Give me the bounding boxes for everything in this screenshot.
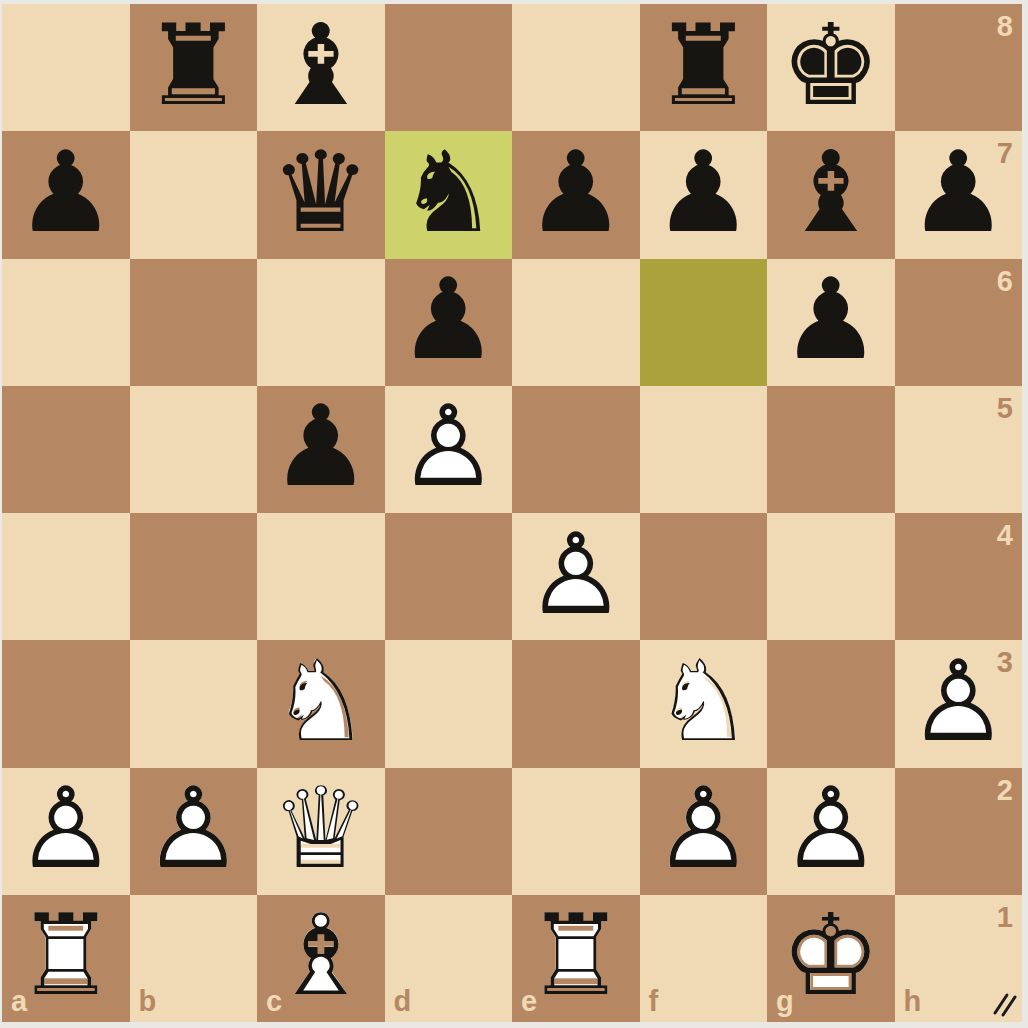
square-c3[interactable]: ♞♘: [257, 640, 385, 767]
square-h3[interactable]: 3♟♙: [895, 640, 1023, 767]
square-a5[interactable]: [2, 386, 130, 513]
black-king-icon: ♚: [767, 4, 895, 131]
square-g8[interactable]: ♚: [767, 4, 895, 131]
piece-white-pawn[interactable]: ♟♙: [512, 513, 640, 640]
black-bishop-icon: ♝: [767, 131, 895, 258]
piece-black-pawn[interactable]: ♟: [767, 259, 895, 386]
square-b5[interactable]: [130, 386, 258, 513]
square-d5[interactable]: ♟♙: [385, 386, 513, 513]
black-pawn-icon: ♟: [385, 259, 513, 386]
white-rook-icon: ♖: [2, 895, 130, 1022]
black-pawn-icon: ♟: [512, 131, 640, 258]
white-rook-icon: ♖: [512, 895, 640, 1022]
square-f2[interactable]: ♟♙: [640, 768, 768, 895]
rank-label-1: 1: [997, 903, 1013, 932]
black-bishop-icon: ♝: [257, 4, 385, 131]
black-rook-icon: ♜: [640, 4, 768, 131]
square-f4[interactable]: [640, 513, 768, 640]
square-h2[interactable]: 2: [895, 768, 1023, 895]
black-pawn-icon: ♟: [2, 131, 130, 258]
square-e5[interactable]: [512, 386, 640, 513]
piece-black-queen[interactable]: ♛: [257, 131, 385, 258]
square-d1[interactable]: d: [385, 895, 513, 1022]
square-b4[interactable]: [130, 513, 258, 640]
black-pawn-icon: ♟: [257, 386, 385, 513]
square-e2[interactable]: [512, 768, 640, 895]
piece-white-rook[interactable]: ♜♖: [512, 895, 640, 1022]
piece-white-pawn[interactable]: ♟♙: [767, 768, 895, 895]
rank-label-5: 5: [997, 394, 1013, 423]
page-background: ♜♝♜♚8♟♛♞♟♟♝7♟♟♟6♟♟♙5♟♙4♞♘♞♘3♟♙♟♙♟♙♛♕♟♙♟♙…: [0, 0, 1028, 1028]
piece-white-queen[interactable]: ♛♕: [257, 768, 385, 895]
square-a7[interactable]: ♟: [2, 131, 130, 258]
square-a4[interactable]: [2, 513, 130, 640]
piece-black-rook[interactable]: ♜: [640, 4, 768, 131]
black-rook-icon: ♜: [130, 4, 258, 131]
square-b7[interactable]: [130, 131, 258, 258]
chess-board[interactable]: ♜♝♜♚8♟♛♞♟♟♝7♟♟♟6♟♟♙5♟♙4♞♘♞♘3♟♙♟♙♟♙♛♕♟♙♟♙…: [2, 4, 1022, 1022]
piece-black-pawn[interactable]: ♟: [257, 386, 385, 513]
square-e4[interactable]: ♟♙: [512, 513, 640, 640]
piece-white-pawn[interactable]: ♟♙: [130, 768, 258, 895]
file-label-d: d: [394, 987, 412, 1016]
white-knight-icon: ♘: [640, 640, 768, 767]
file-label-f: f: [649, 987, 659, 1016]
piece-white-pawn[interactable]: ♟♙: [2, 768, 130, 895]
piece-black-pawn[interactable]: ♟: [385, 259, 513, 386]
piece-black-rook[interactable]: ♜: [130, 4, 258, 131]
rank-label-4: 4: [997, 521, 1013, 550]
white-bishop-icon: ♗: [257, 895, 385, 1022]
square-d8[interactable]: [385, 4, 513, 131]
square-h4[interactable]: 4: [895, 513, 1023, 640]
square-b6[interactable]: [130, 259, 258, 386]
white-pawn-icon: ♙: [385, 386, 513, 513]
black-pawn-icon: ♟: [895, 131, 1023, 258]
square-d7[interactable]: ♞: [385, 131, 513, 258]
file-label-b: b: [139, 987, 157, 1016]
square-c6[interactable]: [257, 259, 385, 386]
white-pawn-icon: ♙: [767, 768, 895, 895]
square-c7[interactable]: ♛: [257, 131, 385, 258]
square-d2[interactable]: [385, 768, 513, 895]
piece-black-knight[interactable]: ♞: [385, 131, 513, 258]
piece-black-pawn[interactable]: ♟: [895, 131, 1023, 258]
square-f8[interactable]: ♜: [640, 4, 768, 131]
square-h8[interactable]: 8: [895, 4, 1023, 131]
white-pawn-icon: ♙: [640, 768, 768, 895]
piece-black-pawn[interactable]: ♟: [512, 131, 640, 258]
square-g4[interactable]: [767, 513, 895, 640]
square-h5[interactable]: 5: [895, 386, 1023, 513]
square-h7[interactable]: 7♟: [895, 131, 1023, 258]
square-b1[interactable]: b: [130, 895, 258, 1022]
square-c5[interactable]: ♟: [257, 386, 385, 513]
piece-white-pawn[interactable]: ♟♙: [895, 640, 1023, 767]
square-f5[interactable]: [640, 386, 768, 513]
square-d6[interactable]: ♟: [385, 259, 513, 386]
square-g5[interactable]: [767, 386, 895, 513]
square-g2[interactable]: ♟♙: [767, 768, 895, 895]
piece-white-pawn[interactable]: ♟♙: [385, 386, 513, 513]
square-b8[interactable]: ♜: [130, 4, 258, 131]
piece-black-bishop[interactable]: ♝: [257, 4, 385, 131]
square-c4[interactable]: [257, 513, 385, 640]
square-a1[interactable]: a♜♖: [2, 895, 130, 1022]
file-label-h: h: [904, 987, 922, 1016]
square-h6[interactable]: 6: [895, 259, 1023, 386]
square-a3[interactable]: [2, 640, 130, 767]
rank-label-6: 6: [997, 267, 1013, 296]
square-g7[interactable]: ♝: [767, 131, 895, 258]
square-e1[interactable]: e♜♖: [512, 895, 640, 1022]
white-pawn-icon: ♙: [895, 640, 1023, 767]
square-f3[interactable]: ♞♘: [640, 640, 768, 767]
piece-black-bishop[interactable]: ♝: [767, 131, 895, 258]
square-a8[interactable]: [2, 4, 130, 131]
piece-white-knight[interactable]: ♞♘: [640, 640, 768, 767]
white-pawn-icon: ♙: [512, 513, 640, 640]
square-g1[interactable]: g♚♔: [767, 895, 895, 1022]
piece-white-knight[interactable]: ♞♘: [257, 640, 385, 767]
white-king-icon: ♔: [767, 895, 895, 1022]
white-knight-icon: ♘: [257, 640, 385, 767]
square-d4[interactable]: [385, 513, 513, 640]
board-resize-handle-icon[interactable]: [991, 991, 1017, 1017]
white-pawn-icon: ♙: [2, 768, 130, 895]
piece-black-pawn[interactable]: ♟: [640, 131, 768, 258]
square-e8[interactable]: [512, 4, 640, 131]
piece-white-bishop[interactable]: ♝♗: [257, 895, 385, 1022]
square-c8[interactable]: ♝: [257, 4, 385, 131]
square-a2[interactable]: ♟♙: [2, 768, 130, 895]
piece-white-king[interactable]: ♚♔: [767, 895, 895, 1022]
square-b3[interactable]: [130, 640, 258, 767]
square-g6[interactable]: ♟: [767, 259, 895, 386]
square-a6[interactable]: [2, 259, 130, 386]
black-pawn-icon: ♟: [767, 259, 895, 386]
white-queen-icon: ♕: [257, 768, 385, 895]
black-queen-icon: ♛: [257, 131, 385, 258]
square-e6[interactable]: [512, 259, 640, 386]
rank-label-8: 8: [997, 12, 1013, 41]
square-e7[interactable]: ♟: [512, 131, 640, 258]
rank-label-2: 2: [997, 776, 1013, 805]
square-e3[interactable]: [512, 640, 640, 767]
black-knight-icon: ♞: [385, 131, 513, 258]
square-f1[interactable]: f: [640, 895, 768, 1022]
square-b2[interactable]: ♟♙: [130, 768, 258, 895]
white-pawn-icon: ♙: [130, 768, 258, 895]
piece-black-pawn[interactable]: ♟: [2, 131, 130, 258]
square-c1[interactable]: c♝♗: [257, 895, 385, 1022]
square-c2[interactable]: ♛♕: [257, 768, 385, 895]
square-f6[interactable]: [640, 259, 768, 386]
square-h1[interactable]: 1h: [895, 895, 1023, 1022]
piece-white-rook[interactable]: ♜♖: [2, 895, 130, 1022]
square-g3[interactable]: [767, 640, 895, 767]
black-pawn-icon: ♟: [640, 131, 768, 258]
square-d3[interactable]: [385, 640, 513, 767]
piece-black-king[interactable]: ♚: [767, 4, 895, 131]
square-f7[interactable]: ♟: [640, 131, 768, 258]
piece-white-pawn[interactable]: ♟♙: [640, 768, 768, 895]
